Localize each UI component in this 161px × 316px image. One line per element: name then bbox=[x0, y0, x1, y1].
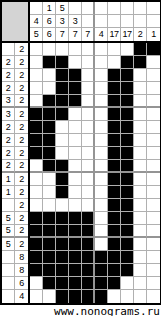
grid-cell[interactable] bbox=[121, 199, 134, 212]
col-clue-cell: 7 bbox=[56, 28, 69, 41]
grid-cell[interactable] bbox=[69, 56, 82, 69]
grid-cell[interactable] bbox=[134, 160, 147, 173]
grid-cell[interactable] bbox=[147, 290, 160, 303]
grid-cell[interactable] bbox=[121, 251, 134, 264]
col-clue-cell bbox=[121, 2, 134, 15]
grid-cell[interactable] bbox=[134, 147, 147, 160]
grid-cell[interactable] bbox=[134, 238, 147, 251]
grid-cell[interactable] bbox=[82, 199, 95, 212]
row-clue-cell: 2 bbox=[15, 225, 28, 238]
row-clue-cell: 5 bbox=[2, 238, 15, 251]
row-clue-cell bbox=[2, 277, 15, 290]
grid-cell[interactable] bbox=[147, 225, 160, 238]
col-clue-cell: 4 bbox=[95, 28, 108, 41]
grid-cell[interactable] bbox=[147, 108, 160, 121]
grid-cell[interactable] bbox=[56, 290, 69, 303]
grid-cell[interactable] bbox=[121, 134, 134, 147]
col-clue-cell bbox=[69, 2, 82, 15]
grid-cell[interactable] bbox=[43, 199, 56, 212]
grid-cell[interactable] bbox=[43, 186, 56, 199]
grid-cell[interactable] bbox=[30, 108, 43, 121]
row-clue-cell: 2 bbox=[15, 199, 28, 212]
grid-cell[interactable] bbox=[30, 199, 43, 212]
grid-cell[interactable] bbox=[56, 186, 69, 199]
grid-cell[interactable] bbox=[82, 186, 95, 199]
grid-cell[interactable] bbox=[30, 43, 43, 56]
grid-cell[interactable] bbox=[82, 108, 95, 121]
grid-cell[interactable] bbox=[95, 212, 108, 225]
grid-cell[interactable] bbox=[95, 277, 108, 290]
grid-cell[interactable] bbox=[134, 82, 147, 95]
grid-cell[interactable] bbox=[121, 95, 134, 108]
col-clue-cell: 3 bbox=[69, 15, 82, 28]
row-clue-cell: 2 bbox=[15, 173, 28, 186]
grid-cell[interactable] bbox=[82, 212, 95, 225]
grid-cell[interactable] bbox=[43, 173, 56, 186]
grid-cell[interactable] bbox=[108, 82, 121, 95]
col-clue-cell bbox=[30, 2, 43, 15]
grid-cell[interactable] bbox=[69, 160, 82, 173]
grid-cell[interactable] bbox=[69, 277, 82, 290]
col-clue-cell: 7 bbox=[69, 28, 82, 41]
grid-cell[interactable] bbox=[108, 134, 121, 147]
grid-cell[interactable] bbox=[121, 264, 134, 277]
col-clue-cell bbox=[134, 15, 147, 28]
grid-cell[interactable] bbox=[30, 186, 43, 199]
grid-cell[interactable] bbox=[69, 95, 82, 108]
grid-cell[interactable] bbox=[134, 56, 147, 69]
row-clue-cell: 2 bbox=[15, 147, 28, 160]
row-clue-cell bbox=[2, 199, 15, 212]
grid-cell[interactable] bbox=[95, 43, 108, 56]
grid-cell[interactable] bbox=[69, 147, 82, 160]
row-clue-cell: 5 bbox=[2, 225, 15, 238]
row-clue-cell: 2 bbox=[15, 121, 28, 134]
grid-cell[interactable] bbox=[69, 199, 82, 212]
grid-cell[interactable] bbox=[108, 173, 121, 186]
col-clue-cell: 6 bbox=[43, 28, 56, 41]
grid-cell[interactable] bbox=[108, 160, 121, 173]
grid-cell[interactable] bbox=[95, 160, 108, 173]
grid-cell[interactable] bbox=[147, 95, 160, 108]
grid-cell[interactable] bbox=[121, 173, 134, 186]
row-clue-cell: 5 bbox=[2, 212, 15, 225]
grid-cell[interactable] bbox=[82, 56, 95, 69]
grid-cell[interactable] bbox=[134, 134, 147, 147]
grid-cell[interactable] bbox=[121, 108, 134, 121]
grid-cell[interactable] bbox=[147, 56, 160, 69]
grid-cell[interactable] bbox=[147, 69, 160, 82]
grid-cell[interactable] bbox=[134, 108, 147, 121]
grid-cell[interactable] bbox=[147, 82, 160, 95]
grid-cell[interactable] bbox=[147, 277, 160, 290]
grid-cell[interactable] bbox=[108, 277, 121, 290]
grid-cell[interactable] bbox=[147, 251, 160, 264]
grid-cell[interactable] bbox=[121, 56, 134, 69]
grid-cell[interactable] bbox=[30, 160, 43, 173]
grid-cell[interactable] bbox=[43, 121, 56, 134]
grid-cell[interactable] bbox=[82, 264, 95, 277]
grid-cell[interactable] bbox=[82, 290, 95, 303]
grid-cell[interactable] bbox=[147, 147, 160, 160]
grid-cell[interactable] bbox=[134, 95, 147, 108]
grid-cell[interactable] bbox=[108, 238, 121, 251]
grid-cell[interactable] bbox=[95, 264, 108, 277]
grid-cell[interactable] bbox=[56, 69, 69, 82]
grid-cell[interactable] bbox=[95, 82, 108, 95]
col-clue-cell bbox=[95, 2, 108, 15]
grid-cell[interactable] bbox=[108, 199, 121, 212]
grid-cell[interactable] bbox=[56, 225, 69, 238]
row-clue-cell: 3 bbox=[2, 108, 15, 121]
grid-cell[interactable] bbox=[43, 147, 56, 160]
grid-cell[interactable] bbox=[30, 212, 43, 225]
grid-cell[interactable] bbox=[30, 121, 43, 134]
row-clue-cell: 6 bbox=[15, 277, 28, 290]
grid-cell[interactable] bbox=[147, 121, 160, 134]
row-clue-cell: 1 bbox=[2, 173, 15, 186]
grid-cell[interactable] bbox=[121, 147, 134, 160]
grid-cell[interactable] bbox=[69, 173, 82, 186]
grid-cell[interactable] bbox=[147, 160, 160, 173]
grid-cell[interactable] bbox=[121, 160, 134, 173]
grid-cell[interactable] bbox=[108, 147, 121, 160]
grid-cell[interactable] bbox=[43, 251, 56, 264]
grid-cell[interactable] bbox=[134, 212, 147, 225]
grid-cell[interactable] bbox=[43, 264, 56, 277]
row-clue-cell bbox=[2, 290, 15, 303]
grid-cell[interactable] bbox=[43, 212, 56, 225]
grid-cell[interactable] bbox=[121, 82, 134, 95]
col-clue-cell: 4 bbox=[30, 15, 43, 28]
row-clue-cell: 2 bbox=[2, 69, 15, 82]
grid-cell[interactable] bbox=[69, 225, 82, 238]
grid-cell[interactable] bbox=[82, 225, 95, 238]
grid-cell[interactable] bbox=[108, 121, 121, 134]
col-clue-cell: 17 bbox=[121, 28, 134, 41]
grid-cell[interactable] bbox=[30, 277, 43, 290]
col-clue-cell: 5 bbox=[30, 28, 43, 41]
grid-cell[interactable] bbox=[108, 95, 121, 108]
row-clue-cell: 2 bbox=[15, 69, 28, 82]
grid-cell[interactable] bbox=[147, 238, 160, 251]
grid-cell[interactable] bbox=[69, 186, 82, 199]
grid-cell[interactable] bbox=[43, 238, 56, 251]
grid-cell[interactable] bbox=[30, 69, 43, 82]
grid-cell[interactable] bbox=[43, 277, 56, 290]
grid-cell[interactable] bbox=[95, 173, 108, 186]
grid-cell[interactable] bbox=[82, 251, 95, 264]
grid-cell[interactable] bbox=[56, 56, 69, 69]
col-clue-cell bbox=[121, 15, 134, 28]
grid-cell[interactable] bbox=[95, 134, 108, 147]
row-clue-cell: 2 bbox=[15, 56, 28, 69]
grid-cell[interactable] bbox=[30, 147, 43, 160]
grid-cell[interactable] bbox=[82, 147, 95, 160]
grid-cell[interactable] bbox=[30, 95, 43, 108]
grid-cell[interactable] bbox=[30, 173, 43, 186]
row-clue-cell: 2 bbox=[15, 212, 28, 225]
grid-cell[interactable] bbox=[147, 264, 160, 277]
grid-cell[interactable] bbox=[147, 199, 160, 212]
row-clue-cell: 8 bbox=[15, 264, 28, 277]
grid-cell[interactable] bbox=[147, 212, 160, 225]
grid-cell[interactable] bbox=[134, 199, 147, 212]
grid-cell[interactable] bbox=[43, 82, 56, 95]
grid-cell[interactable] bbox=[56, 238, 69, 251]
grid-cell[interactable] bbox=[147, 134, 160, 147]
grid-cell[interactable] bbox=[82, 238, 95, 251]
col-clue-cell: 1 bbox=[147, 28, 160, 41]
grid-cell[interactable] bbox=[69, 264, 82, 277]
grid-cell[interactable] bbox=[56, 199, 69, 212]
grid-cell[interactable] bbox=[82, 95, 95, 108]
row-clue-cell: 2 bbox=[2, 160, 15, 173]
grid-cell[interactable] bbox=[121, 277, 134, 290]
grid-cell[interactable] bbox=[69, 69, 82, 82]
grid-cell[interactable] bbox=[121, 290, 134, 303]
grid-cell[interactable] bbox=[134, 173, 147, 186]
row-clue-cell: 2 bbox=[15, 238, 28, 251]
grid-cell[interactable] bbox=[108, 186, 121, 199]
grid-cell[interactable] bbox=[69, 108, 82, 121]
grid-cell[interactable] bbox=[69, 251, 82, 264]
grid-cell[interactable] bbox=[108, 108, 121, 121]
grid-cell[interactable] bbox=[82, 134, 95, 147]
grid-cell[interactable] bbox=[95, 147, 108, 160]
col-clue-cell bbox=[134, 2, 147, 15]
row-clue-cell bbox=[2, 43, 15, 56]
grid-cell[interactable] bbox=[134, 121, 147, 134]
grid-cell[interactable] bbox=[134, 225, 147, 238]
grid-cell[interactable] bbox=[82, 43, 95, 56]
grid-cell[interactable] bbox=[30, 238, 43, 251]
col-clue-cell bbox=[147, 15, 160, 28]
grid-cell[interactable] bbox=[134, 290, 147, 303]
grid-cell[interactable] bbox=[56, 82, 69, 95]
grid-cell[interactable] bbox=[95, 290, 108, 303]
corner-block bbox=[2, 2, 28, 41]
grid-cell[interactable] bbox=[108, 212, 121, 225]
grid-cell[interactable] bbox=[82, 82, 95, 95]
grid-cell[interactable] bbox=[43, 108, 56, 121]
row-clue-cell: 2 bbox=[15, 160, 28, 173]
row-clue-cell: 2 bbox=[2, 121, 15, 134]
col-clue-cell: 1 bbox=[43, 2, 56, 15]
col-clue-cell: 6 bbox=[43, 15, 56, 28]
grid-cell[interactable] bbox=[43, 225, 56, 238]
grid-cell[interactable] bbox=[43, 69, 56, 82]
grid-cell[interactable] bbox=[108, 290, 121, 303]
grid-cell[interactable] bbox=[56, 251, 69, 264]
grid-cell[interactable] bbox=[30, 56, 43, 69]
grid-cell[interactable] bbox=[121, 186, 134, 199]
grid-cell[interactable] bbox=[108, 43, 121, 56]
grid-cell[interactable] bbox=[95, 199, 108, 212]
grid-cell[interactable] bbox=[134, 43, 147, 56]
grid-cell[interactable] bbox=[69, 121, 82, 134]
grid-cell[interactable] bbox=[43, 290, 56, 303]
grid-cell[interactable] bbox=[121, 43, 134, 56]
grid-cell[interactable] bbox=[82, 69, 95, 82]
grid-cell[interactable] bbox=[56, 108, 69, 121]
grid-cell[interactable] bbox=[95, 225, 108, 238]
grid-cell[interactable] bbox=[95, 108, 108, 121]
col-clue-cell bbox=[82, 2, 95, 15]
col-clue-cell bbox=[108, 15, 121, 28]
grid-cell[interactable] bbox=[121, 238, 134, 251]
grid-cell[interactable] bbox=[82, 160, 95, 173]
col-clue-cell: 3 bbox=[56, 15, 69, 28]
grid-cell[interactable] bbox=[147, 43, 160, 56]
grid-cell[interactable] bbox=[30, 225, 43, 238]
grid-cell[interactable] bbox=[30, 82, 43, 95]
grid-cell[interactable] bbox=[30, 134, 43, 147]
grid-cell[interactable] bbox=[134, 69, 147, 82]
grid-cell[interactable] bbox=[56, 95, 69, 108]
row-clue-cell: 1 bbox=[2, 186, 15, 199]
grid-cell[interactable] bbox=[56, 212, 69, 225]
grid-cell[interactable] bbox=[147, 186, 160, 199]
grid-cell[interactable] bbox=[108, 251, 121, 264]
grid-cell[interactable] bbox=[108, 264, 121, 277]
grid-cell[interactable] bbox=[43, 56, 56, 69]
grid-cell[interactable] bbox=[43, 95, 56, 108]
row-clue-cell: 8 bbox=[15, 251, 28, 264]
col-clue-cell: 7 bbox=[82, 28, 95, 41]
grid-cell[interactable] bbox=[82, 173, 95, 186]
grid-cell[interactable] bbox=[30, 251, 43, 264]
grid-cell[interactable] bbox=[95, 121, 108, 134]
grid-cell[interactable] bbox=[134, 251, 147, 264]
grid-cell[interactable] bbox=[95, 186, 108, 199]
grid-cell[interactable] bbox=[95, 238, 108, 251]
row-clue-cell: 2 bbox=[15, 134, 28, 147]
row-clue-cell bbox=[2, 264, 15, 277]
grid-cell[interactable] bbox=[30, 290, 43, 303]
grid-cell[interactable] bbox=[30, 264, 43, 277]
col-clue-cell: 2 bbox=[134, 28, 147, 41]
row-clue-cell: 2 bbox=[2, 134, 15, 147]
grid-cell[interactable] bbox=[134, 277, 147, 290]
nonogram-page: 1546335677741717212222222323222222222121… bbox=[0, 0, 161, 316]
grid-cell[interactable] bbox=[69, 290, 82, 303]
grid-cell[interactable] bbox=[134, 186, 147, 199]
grid-cell[interactable] bbox=[82, 121, 95, 134]
row-clue-cell: 2 bbox=[2, 147, 15, 160]
grid-cell[interactable] bbox=[43, 134, 56, 147]
grid-cell[interactable] bbox=[108, 56, 121, 69]
grid-cell[interactable] bbox=[56, 173, 69, 186]
row-clue-cell: 4 bbox=[15, 290, 28, 303]
grid-cell[interactable] bbox=[43, 160, 56, 173]
row-clue-cell bbox=[2, 251, 15, 264]
grid-cell[interactable] bbox=[56, 121, 69, 134]
grid-cell[interactable] bbox=[56, 160, 69, 173]
grid-cell[interactable] bbox=[147, 173, 160, 186]
grid-cell[interactable] bbox=[82, 277, 95, 290]
col-clue-cell: 17 bbox=[108, 28, 121, 41]
grid-cell[interactable] bbox=[56, 43, 69, 56]
grid-cell[interactable] bbox=[108, 69, 121, 82]
row-clue-cell: 2 bbox=[15, 108, 28, 121]
nonogram-board: 1546335677741717212222222323222222222121… bbox=[0, 0, 161, 305]
grid-cell[interactable] bbox=[43, 43, 56, 56]
col-clue-cell bbox=[108, 2, 121, 15]
grid-cell[interactable] bbox=[108, 225, 121, 238]
row-clue-cell: 2 bbox=[15, 95, 28, 108]
grid-cell[interactable] bbox=[69, 43, 82, 56]
grid-cell[interactable] bbox=[121, 121, 134, 134]
col-clue-cell bbox=[82, 15, 95, 28]
row-clue-cell: 2 bbox=[15, 82, 28, 95]
col-clue-cell bbox=[95, 15, 108, 28]
col-clue-cell bbox=[147, 2, 160, 15]
row-clue-cell: 3 bbox=[2, 95, 15, 108]
grid-cell[interactable] bbox=[56, 277, 69, 290]
grid-cell[interactable] bbox=[134, 264, 147, 277]
grid-cell[interactable] bbox=[121, 225, 134, 238]
grid-cell[interactable] bbox=[56, 134, 69, 147]
row-clue-cell: 2 bbox=[2, 56, 15, 69]
grid-cell[interactable] bbox=[56, 147, 69, 160]
row-clue-cell: 2 bbox=[2, 82, 15, 95]
grid-cell[interactable] bbox=[69, 212, 82, 225]
grid-cell[interactable] bbox=[69, 82, 82, 95]
grid-cell[interactable] bbox=[95, 251, 108, 264]
grid-cell[interactable] bbox=[56, 264, 69, 277]
grid-cell[interactable] bbox=[95, 69, 108, 82]
grid-cell[interactable] bbox=[69, 238, 82, 251]
row-clue-cell: 2 bbox=[15, 43, 28, 56]
col-clue-cell: 5 bbox=[56, 2, 69, 15]
grid-cell[interactable] bbox=[95, 95, 108, 108]
grid-cell[interactable] bbox=[121, 69, 134, 82]
grid-cell[interactable] bbox=[121, 212, 134, 225]
row-clue-cell: 2 bbox=[15, 186, 28, 199]
grid-cell[interactable] bbox=[69, 134, 82, 147]
site-watermark: www.nonograms.ru bbox=[0, 305, 161, 316]
grid-cell[interactable] bbox=[95, 56, 108, 69]
